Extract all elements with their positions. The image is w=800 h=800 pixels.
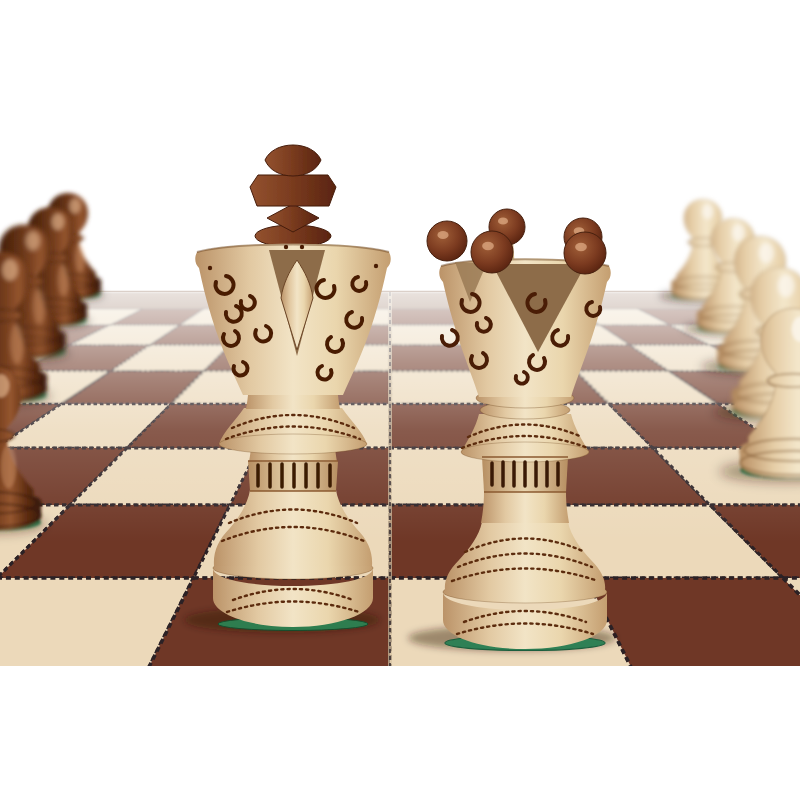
chess-board-scene (0, 0, 800, 800)
queen-crown-ball (564, 232, 606, 274)
king-cross-finial (250, 145, 336, 247)
king-belt-dashes (258, 464, 330, 487)
chess-product-photo (0, 0, 800, 800)
queen-crown-ball (471, 231, 513, 273)
queen-crown-ball (427, 221, 467, 261)
queen-belt-dashes (492, 462, 558, 486)
depth-haze (0, 292, 800, 542)
photo-bottom-margin (0, 666, 800, 800)
